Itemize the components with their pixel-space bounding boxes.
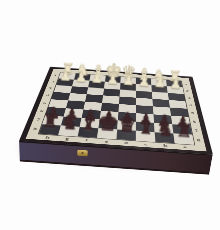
folding-chess-board: hhggffeeddccbbaa1122334455667788 ♜♞♝♚♛♝♞… (20, 67, 212, 154)
rank-label-right-3: 3 (185, 96, 193, 99)
square-b7: ♟ (154, 123, 173, 133)
square-f7: ♟ (80, 118, 100, 128)
square-a5 (170, 108, 189, 117)
square-d8: ♛ (117, 130, 136, 141)
file-label-near-c: c (136, 141, 156, 147)
file-label-near-h: h (37, 135, 58, 140)
rank-label-right-4: 4 (186, 104, 195, 108)
square-e8: ♚ (97, 128, 117, 139)
file-label-near-d: d (116, 140, 136, 146)
file-label-near-e: e (96, 139, 116, 144)
rank-label-right-2: 2 (183, 89, 191, 92)
rank-label-right-8: 8 (194, 138, 204, 143)
file-label-near-b: b (155, 143, 175, 149)
square-g8: ♞ (58, 126, 79, 137)
rank-label-right-7: 7 (192, 128, 202, 132)
scene-rotation: hhggffeeddccbbaa1122334455667788 ♜♞♝♚♛♝♞… (32, 28, 192, 194)
rank-label-left-5: 5 (40, 101, 49, 105)
file-label-near-f: f (77, 137, 97, 142)
product-photo-chess-set: hhggffeeddccbbaa1122334455667788 ♜♞♝♚♛♝♞… (0, 0, 220, 230)
rank-label-right-5: 5 (188, 111, 197, 115)
board-grid: ♜♞♝♚♛♝♞♜♟♟♟♟♟♟♟♟♟♟♟♟♟♟♟♟♜♞♝♚♛♝♞♜ (39, 72, 194, 144)
square-b8: ♞ (155, 132, 175, 143)
square-c8: ♝ (136, 131, 155, 142)
rank-label-right-1: 1 (182, 83, 190, 86)
file-label-near-g: g (57, 136, 78, 141)
rank-label-right-6: 6 (190, 120, 199, 124)
brass-clasp-icon (77, 150, 88, 157)
square-f8: ♝ (78, 127, 99, 138)
square-a8: ♜ (173, 133, 194, 144)
board-frame: hhggffeeddccbbaa1122334455667788 ♜♞♝♚♛♝♞… (20, 67, 212, 154)
file-label-near-a: a (175, 144, 195, 150)
